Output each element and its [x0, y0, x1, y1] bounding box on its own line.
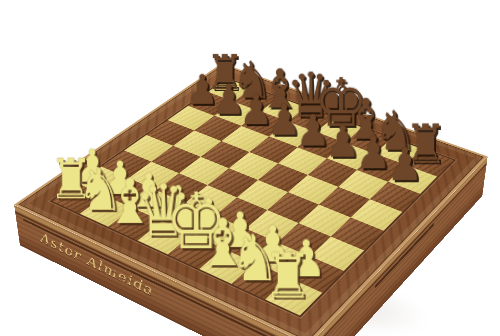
light-rook: ♜ — [263, 244, 305, 306]
square-c5 — [201, 141, 250, 168]
scene: ♜♞♝♛♚♝♞♜♟♟♟♟♟♟♟♟♟♟♟♟♟♟♟♟♜♞♝♛♚♝♞♜ Astor A… — [0, 0, 500, 336]
board-top: ♜♞♝♛♚♝♞♜♟♟♟♟♟♟♟♟♟♟♟♟♟♟♟♟♜♞♝♛♚♝♞♜ — [14, 63, 488, 336]
square-g5 — [319, 187, 370, 218]
dark-pawn: ♟ — [387, 142, 423, 187]
chess-board-box: ♜♞♝♛♚♝♞♜♟♟♟♟♟♟♟♟♟♟♟♟♟♟♟♟♜♞♝♛♚♝♞♜ Astor A… — [14, 63, 488, 336]
product-photo: ♜♞♝♛♚♝♞♜♟♟♟♟♟♟♟♟♟♟♟♟♟♟♟♟♜♞♝♛♚♝♞♜ Astor A… — [0, 0, 500, 336]
